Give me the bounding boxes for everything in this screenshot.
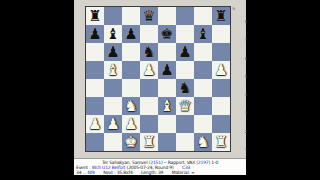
length-value: Length: 39 xyxy=(141,170,163,175)
square-e8[interactable] xyxy=(158,7,176,25)
coord-label-8: 8 xyxy=(244,20,248,24)
square-g4[interactable] xyxy=(194,79,212,97)
piece-white-king-c1: ♚ xyxy=(122,133,140,151)
square-c3[interactable]: ♞ xyxy=(122,97,140,115)
square-a3[interactable] xyxy=(86,97,104,115)
piece-black-pawn-e5: ♟ xyxy=(158,61,176,79)
move-number: 34 xyxy=(76,170,81,175)
square-f5[interactable] xyxy=(176,61,194,79)
square-e4[interactable] xyxy=(158,79,176,97)
piece-black-knight-f4: ♞ xyxy=(176,79,194,97)
piece-black-rook-a8: ♜ xyxy=(86,7,104,25)
next-move: 35.Bxf4 xyxy=(117,170,133,175)
piece-black-bishop-b7: ♝ xyxy=(104,25,122,43)
square-c2[interactable]: ♟ xyxy=(122,115,140,133)
last-move[interactable]: ... Nf4 xyxy=(83,170,95,175)
square-a4[interactable] xyxy=(86,79,104,97)
piece-white-pawn-c2: ♟ xyxy=(122,115,140,133)
square-d5[interactable]: ♟ xyxy=(140,61,158,79)
square-a2[interactable]: ♟ xyxy=(86,115,104,133)
square-b1[interactable] xyxy=(104,133,122,151)
square-f2[interactable] xyxy=(176,115,194,133)
piece-black-queen-d8: ♛ xyxy=(140,7,158,25)
piece-white-rook-h1: ♜ xyxy=(212,133,230,151)
square-b5[interactable]: ♝ xyxy=(104,61,122,79)
square-c7[interactable]: ♟ xyxy=(122,25,140,43)
square-a6[interactable] xyxy=(86,43,104,61)
square-d8[interactable]: ♛ xyxy=(140,7,158,25)
square-b4[interactable] xyxy=(104,79,122,97)
square-h5[interactable]: ♟ xyxy=(212,61,230,79)
piece-black-king-e7: ♚ xyxy=(158,25,176,43)
board-area: abcdefgh 87654321 ♜♛♜♟♝♟♚♝♟♞♟♝♟♟♟♞♞♝♛♟♟♟… xyxy=(85,6,231,152)
piece-white-bishop-b5: ♝ xyxy=(104,61,122,79)
square-a8[interactable]: ♜ xyxy=(86,7,104,25)
coord-label-2: 2 xyxy=(244,130,248,134)
square-g7[interactable]: ♝ xyxy=(194,25,212,43)
piece-white-pawn-b2: ♟ xyxy=(104,115,122,133)
coord-label-1: 1 xyxy=(244,148,248,152)
piece-white-bishop-e3: ♝ xyxy=(158,97,176,115)
square-b8[interactable] xyxy=(104,7,122,25)
square-e2[interactable] xyxy=(158,115,176,133)
black-player-rating: (2197) xyxy=(196,160,210,165)
square-d7[interactable] xyxy=(140,25,158,43)
square-b7[interactable]: ♝ xyxy=(104,25,122,43)
next-label: Next : xyxy=(103,170,115,175)
coord-label-7: 7 xyxy=(244,38,248,42)
piece-black-bishop-g7: ♝ xyxy=(194,25,212,43)
piece-black-pawn-f6: ♟ xyxy=(176,43,194,61)
rank-labels-right: 87654321 xyxy=(244,13,248,159)
square-h3[interactable] xyxy=(212,97,230,115)
piece-white-knight-c3: ♞ xyxy=(122,97,140,115)
square-g2[interactable] xyxy=(194,115,212,133)
square-a5[interactable] xyxy=(86,61,104,79)
square-c5[interactable] xyxy=(122,61,140,79)
square-b2[interactable]: ♟ xyxy=(104,115,122,133)
piece-black-rook-h8: ♜ xyxy=(212,7,230,25)
square-b3[interactable] xyxy=(104,97,122,115)
square-g1[interactable]: ♞ xyxy=(194,133,212,151)
piece-white-knight-g1: ♞ xyxy=(194,133,212,151)
square-d4[interactable] xyxy=(140,79,158,97)
square-f4[interactable]: ♞ xyxy=(176,79,194,97)
square-h2[interactable] xyxy=(212,115,230,133)
coord-label-6: 6 xyxy=(244,57,248,61)
square-g6[interactable] xyxy=(194,43,212,61)
square-d3[interactable] xyxy=(140,97,158,115)
coord-label-5: 5 xyxy=(244,75,248,79)
piece-white-queen-f3: ♛ xyxy=(176,97,194,115)
piece-white-rook-d1: ♜ xyxy=(140,133,158,151)
square-g3[interactable] xyxy=(194,97,212,115)
material-value: Material: = xyxy=(172,170,195,175)
square-f3[interactable]: ♛ xyxy=(176,97,194,115)
square-d1[interactable]: ♜ xyxy=(140,133,158,151)
piece-white-pawn-h5: ♟ xyxy=(212,61,230,79)
square-f8[interactable] xyxy=(176,7,194,25)
square-e3[interactable]: ♝ xyxy=(158,97,176,115)
square-e1[interactable] xyxy=(158,133,176,151)
square-d6[interactable]: ♞ xyxy=(140,43,158,61)
piece-black-pawn-a7: ♟ xyxy=(86,25,104,43)
square-g8[interactable] xyxy=(194,7,212,25)
game-info-panel: Ter Sahakyan, Samvel (2151) -- Rapport, … xyxy=(74,158,246,175)
move-status-line: 34 ... Nf4 Next : 35.Bxf4 Length: 39 Mat… xyxy=(74,170,246,175)
square-f1[interactable] xyxy=(176,133,194,151)
square-c8[interactable] xyxy=(122,7,140,25)
piece-black-pawn-b6: ♟ xyxy=(104,43,122,61)
square-a1[interactable] xyxy=(86,133,104,151)
square-b6[interactable]: ♟ xyxy=(104,43,122,61)
square-d2[interactable] xyxy=(140,115,158,133)
coord-label-4: 4 xyxy=(244,93,248,97)
square-h1[interactable]: ♜ xyxy=(212,133,230,151)
game-result: 1-0 xyxy=(211,160,218,165)
square-a7[interactable]: ♟ xyxy=(86,25,104,43)
square-c4[interactable] xyxy=(122,79,140,97)
viewer-panel: abcdefgh 87654321 ♜♛♜♟♝♟♚♝♟♞♟♝♟♟♟♞♞♝♛♟♟♟… xyxy=(74,0,246,175)
square-c1[interactable]: ♚ xyxy=(122,133,140,151)
piece-white-pawn-d5: ♟ xyxy=(140,61,158,79)
square-e6[interactable] xyxy=(158,43,176,61)
square-h8[interactable]: ♜ xyxy=(212,7,230,25)
square-e7[interactable]: ♚ xyxy=(158,25,176,43)
piece-black-knight-d6: ♞ xyxy=(140,43,158,61)
square-c6[interactable] xyxy=(122,43,140,61)
square-f6[interactable]: ♟ xyxy=(176,43,194,61)
coord-label-3: 3 xyxy=(244,111,248,115)
square-h7[interactable] xyxy=(212,25,230,43)
square-h6[interactable] xyxy=(212,43,230,61)
square-g5[interactable] xyxy=(194,61,212,79)
square-e5[interactable]: ♟ xyxy=(158,61,176,79)
piece-black-pawn-c7: ♟ xyxy=(122,25,140,43)
square-f7[interactable] xyxy=(176,25,194,43)
piece-white-pawn-a2: ♟ xyxy=(86,115,104,133)
chess-board: ♜♛♜♟♝♟♚♝♟♞♟♝♟♟♟♞♞♝♛♟♟♟♚♜♞♜ xyxy=(85,6,231,152)
square-h4[interactable] xyxy=(212,79,230,97)
